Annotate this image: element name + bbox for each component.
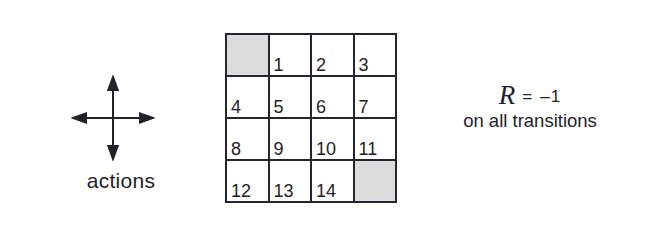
arrow-left-icon xyxy=(73,113,86,122)
grid-cell: 7 xyxy=(355,77,396,117)
figure-gridworld: actions 1 2 3 4 5 6 7 8 9 10 11 12 13 14… xyxy=(0,0,660,236)
reward-value: –1 xyxy=(540,87,561,106)
arrow-right-icon xyxy=(140,113,153,122)
grid-cell: 1 xyxy=(270,35,311,75)
arrow-down-icon xyxy=(108,146,117,159)
grid-cell: 6 xyxy=(312,77,353,117)
terminal-cell xyxy=(227,35,268,75)
actions-label: actions xyxy=(58,169,184,193)
grid-cell: 11 xyxy=(355,119,396,159)
grid-cell: 2 xyxy=(312,35,353,75)
grid-cell: 3 xyxy=(355,35,396,75)
reward-equals: = xyxy=(522,87,533,106)
actions-compass-icon xyxy=(71,75,155,161)
grid-cell: 12 xyxy=(227,161,268,201)
reward-symbol: R xyxy=(499,80,516,110)
terminal-cell xyxy=(355,161,396,201)
arrow-up-icon xyxy=(108,77,117,90)
reward-annotation: R=–1 on all transitions xyxy=(438,82,622,132)
reward-caption: on all transitions xyxy=(438,110,622,132)
gridworld-board: 1 2 3 4 5 6 7 8 9 10 11 12 13 14 xyxy=(225,33,397,203)
grid-cell: 4 xyxy=(227,77,268,117)
grid-cell: 5 xyxy=(270,77,311,117)
reward-equation: R=–1 xyxy=(438,82,622,109)
grid-cell: 14 xyxy=(312,161,353,201)
grid-cell: 8 xyxy=(227,119,268,159)
grid-cell: 13 xyxy=(270,161,311,201)
grid-cell: 9 xyxy=(270,119,311,159)
grid-cell: 10 xyxy=(312,119,353,159)
